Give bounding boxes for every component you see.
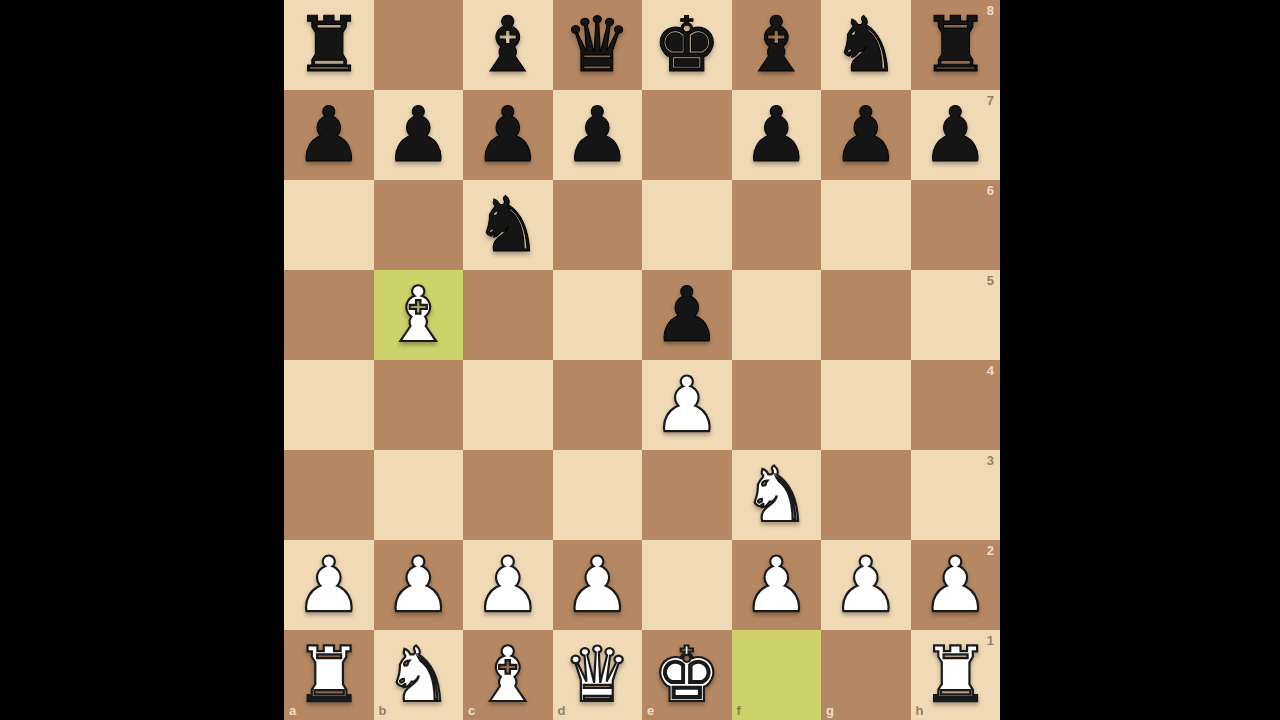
coord-file-f: f bbox=[737, 704, 741, 717]
square-c4[interactable] bbox=[463, 360, 553, 450]
black-rook[interactable]: ♜ bbox=[921, 0, 989, 90]
square-h8[interactable]: ♜8 bbox=[911, 0, 1001, 90]
white-pawn[interactable]: ♟ bbox=[295, 540, 363, 630]
black-rook[interactable]: ♜ bbox=[295, 0, 363, 90]
white-rook[interactable]: ♜ bbox=[921, 630, 989, 720]
coord-rank-5: 5 bbox=[987, 274, 994, 287]
square-e6[interactable] bbox=[642, 180, 732, 270]
square-d5[interactable] bbox=[553, 270, 643, 360]
square-a5[interactable] bbox=[284, 270, 374, 360]
square-f2[interactable]: ♟ bbox=[732, 540, 822, 630]
square-c8[interactable]: ♝ bbox=[463, 0, 553, 90]
white-knight[interactable]: ♞ bbox=[384, 630, 452, 720]
square-g5[interactable] bbox=[821, 270, 911, 360]
white-pawn[interactable]: ♟ bbox=[653, 360, 721, 450]
square-h5[interactable]: 5 bbox=[911, 270, 1001, 360]
square-d8[interactable]: ♛ bbox=[553, 0, 643, 90]
black-pawn[interactable]: ♟ bbox=[832, 90, 900, 180]
white-pawn[interactable]: ♟ bbox=[384, 540, 452, 630]
square-e3[interactable] bbox=[642, 450, 732, 540]
white-king[interactable]: ♚ bbox=[653, 630, 721, 720]
square-b1[interactable]: ♞b bbox=[374, 630, 464, 720]
white-pawn[interactable]: ♟ bbox=[563, 540, 631, 630]
square-b4[interactable] bbox=[374, 360, 464, 450]
black-pawn[interactable]: ♟ bbox=[653, 270, 721, 360]
square-b6[interactable] bbox=[374, 180, 464, 270]
square-g8[interactable]: ♞ bbox=[821, 0, 911, 90]
white-bishop[interactable]: ♝ bbox=[384, 270, 452, 360]
square-h7[interactable]: ♟7 bbox=[911, 90, 1001, 180]
coord-rank-3: 3 bbox=[987, 454, 994, 467]
black-pawn[interactable]: ♟ bbox=[921, 90, 989, 180]
letterbox-stage: ♜♝♛♚♝♞♜8♟♟♟♟♟♟♟7♞6♝♟5♟4♞3♟♟♟♟♟♟♟2♜a♞b♝c♛… bbox=[0, 0, 1280, 720]
square-e7[interactable] bbox=[642, 90, 732, 180]
black-pawn[interactable]: ♟ bbox=[742, 90, 810, 180]
square-b8[interactable] bbox=[374, 0, 464, 90]
white-queen[interactable]: ♛ bbox=[563, 630, 631, 720]
white-knight[interactable]: ♞ bbox=[742, 450, 810, 540]
square-c1[interactable]: ♝c bbox=[463, 630, 553, 720]
square-d4[interactable] bbox=[553, 360, 643, 450]
square-f7[interactable]: ♟ bbox=[732, 90, 822, 180]
square-h1[interactable]: ♜1h bbox=[911, 630, 1001, 720]
square-c3[interactable] bbox=[463, 450, 553, 540]
square-g6[interactable] bbox=[821, 180, 911, 270]
square-e1[interactable]: ♚e bbox=[642, 630, 732, 720]
square-d6[interactable] bbox=[553, 180, 643, 270]
square-g1[interactable]: g bbox=[821, 630, 911, 720]
square-c2[interactable]: ♟ bbox=[463, 540, 553, 630]
black-bishop[interactable]: ♝ bbox=[742, 0, 810, 90]
white-rook[interactable]: ♜ bbox=[295, 630, 363, 720]
square-c6[interactable]: ♞ bbox=[463, 180, 553, 270]
square-b3[interactable] bbox=[374, 450, 464, 540]
black-knight[interactable]: ♞ bbox=[474, 180, 542, 270]
coord-rank-4: 4 bbox=[987, 364, 994, 377]
square-a8[interactable]: ♜ bbox=[284, 0, 374, 90]
square-a4[interactable] bbox=[284, 360, 374, 450]
square-h3[interactable]: 3 bbox=[911, 450, 1001, 540]
square-d7[interactable]: ♟ bbox=[553, 90, 643, 180]
square-f1[interactable]: f bbox=[732, 630, 822, 720]
square-g7[interactable]: ♟ bbox=[821, 90, 911, 180]
square-f3[interactable]: ♞ bbox=[732, 450, 822, 540]
square-c7[interactable]: ♟ bbox=[463, 90, 553, 180]
square-a7[interactable]: ♟ bbox=[284, 90, 374, 180]
square-g4[interactable] bbox=[821, 360, 911, 450]
square-e2[interactable] bbox=[642, 540, 732, 630]
black-king[interactable]: ♚ bbox=[653, 0, 721, 90]
square-b7[interactable]: ♟ bbox=[374, 90, 464, 180]
square-a2[interactable]: ♟ bbox=[284, 540, 374, 630]
white-pawn[interactable]: ♟ bbox=[921, 540, 989, 630]
white-pawn[interactable]: ♟ bbox=[742, 540, 810, 630]
square-b5[interactable]: ♝ bbox=[374, 270, 464, 360]
square-f6[interactable] bbox=[732, 180, 822, 270]
square-f8[interactable]: ♝ bbox=[732, 0, 822, 90]
square-b2[interactable]: ♟ bbox=[374, 540, 464, 630]
square-a3[interactable] bbox=[284, 450, 374, 540]
square-c5[interactable] bbox=[463, 270, 553, 360]
black-pawn[interactable]: ♟ bbox=[295, 90, 363, 180]
square-d3[interactable] bbox=[553, 450, 643, 540]
white-pawn[interactable]: ♟ bbox=[474, 540, 542, 630]
white-pawn[interactable]: ♟ bbox=[832, 540, 900, 630]
square-h6[interactable]: 6 bbox=[911, 180, 1001, 270]
black-knight[interactable]: ♞ bbox=[832, 0, 900, 90]
square-d1[interactable]: ♛d bbox=[553, 630, 643, 720]
coord-rank-6: 6 bbox=[987, 184, 994, 197]
square-d2[interactable]: ♟ bbox=[553, 540, 643, 630]
square-e4[interactable]: ♟ bbox=[642, 360, 732, 450]
black-bishop[interactable]: ♝ bbox=[474, 0, 542, 90]
square-f5[interactable] bbox=[732, 270, 822, 360]
black-pawn[interactable]: ♟ bbox=[384, 90, 452, 180]
square-g2[interactable]: ♟ bbox=[821, 540, 911, 630]
square-f4[interactable] bbox=[732, 360, 822, 450]
black-pawn[interactable]: ♟ bbox=[563, 90, 631, 180]
square-e8[interactable]: ♚ bbox=[642, 0, 732, 90]
square-h2[interactable]: ♟2 bbox=[911, 540, 1001, 630]
chess-board: ♜♝♛♚♝♞♜8♟♟♟♟♟♟♟7♞6♝♟5♟4♞3♟♟♟♟♟♟♟2♜a♞b♝c♛… bbox=[284, 0, 1000, 720]
square-h4[interactable]: 4 bbox=[911, 360, 1001, 450]
coord-file-g: g bbox=[826, 704, 834, 717]
square-g3[interactable] bbox=[821, 450, 911, 540]
square-a1[interactable]: ♜a bbox=[284, 630, 374, 720]
black-pawn[interactable]: ♟ bbox=[474, 90, 542, 180]
square-e5[interactable]: ♟ bbox=[642, 270, 732, 360]
square-a6[interactable] bbox=[284, 180, 374, 270]
black-queen[interactable]: ♛ bbox=[563, 0, 631, 90]
white-bishop[interactable]: ♝ bbox=[474, 630, 542, 720]
